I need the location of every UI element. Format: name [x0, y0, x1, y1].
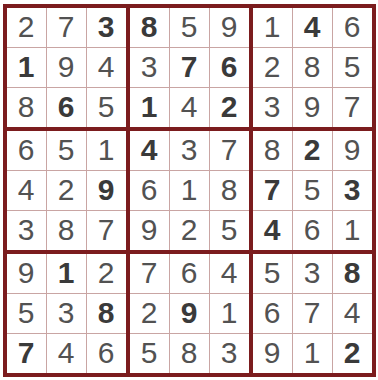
cell-r7c6[interactable]: 4: [210, 254, 249, 293]
box-2-1: 651429387: [5, 129, 128, 252]
cell-r8c1[interactable]: 5: [7, 294, 46, 333]
cell-r6c8[interactable]: 6: [293, 211, 332, 250]
cell-r5c7[interactable]: 7: [253, 171, 292, 210]
cell-r8c7[interactable]: 6: [253, 294, 292, 333]
cell-r1c3[interactable]: 3: [87, 8, 126, 47]
cell-r8c3[interactable]: 8: [87, 294, 126, 333]
box-3-2: 764291583: [128, 252, 251, 375]
cell-r7c4[interactable]: 7: [130, 254, 169, 293]
cell-r4c7[interactable]: 8: [253, 131, 292, 170]
cell-r2c1[interactable]: 1: [7, 48, 46, 87]
cell-r4c4[interactable]: 4: [130, 131, 169, 170]
box-2-3: 829753461: [251, 129, 374, 252]
cell-r4c3[interactable]: 1: [87, 131, 126, 170]
cell-r6c4[interactable]: 9: [130, 211, 169, 250]
cell-r8c4[interactable]: 2: [130, 294, 169, 333]
cell-r4c2[interactable]: 5: [47, 131, 86, 170]
box-1-2: 859376142: [128, 6, 251, 129]
cell-r5c4[interactable]: 6: [130, 171, 169, 210]
cell-r1c4[interactable]: 8: [130, 8, 169, 47]
cell-r7c7[interactable]: 5: [253, 254, 292, 293]
cell-r7c5[interactable]: 6: [170, 254, 209, 293]
cell-r7c3[interactable]: 2: [87, 254, 126, 293]
cell-r9c1[interactable]: 7: [7, 334, 46, 373]
cell-r1c7[interactable]: 1: [253, 8, 292, 47]
cell-r6c6[interactable]: 5: [210, 211, 249, 250]
cell-r6c9[interactable]: 1: [333, 211, 372, 250]
cell-r5c9[interactable]: 3: [333, 171, 372, 210]
cell-r4c5[interactable]: 3: [170, 131, 209, 170]
cell-r3c6[interactable]: 2: [210, 88, 249, 127]
cell-r3c3[interactable]: 5: [87, 88, 126, 127]
cell-r6c1[interactable]: 3: [7, 211, 46, 250]
cell-r7c8[interactable]: 3: [293, 254, 332, 293]
box-1-3: 146285397: [251, 6, 374, 129]
cell-r2c3[interactable]: 4: [87, 48, 126, 87]
cell-r1c1[interactable]: 2: [7, 8, 46, 47]
box-1-1: 273194865: [5, 6, 128, 129]
cell-r3c2[interactable]: 6: [47, 88, 86, 127]
cell-r2c4[interactable]: 3: [130, 48, 169, 87]
cell-r2c9[interactable]: 5: [333, 48, 372, 87]
cell-r9c8[interactable]: 1: [293, 334, 332, 373]
cell-r9c5[interactable]: 8: [170, 334, 209, 373]
cell-r5c3[interactable]: 9: [87, 171, 126, 210]
cell-r4c9[interactable]: 9: [333, 131, 372, 170]
box-2-2: 437618925: [128, 129, 251, 252]
cell-r2c8[interactable]: 8: [293, 48, 332, 87]
cell-r6c7[interactable]: 4: [253, 211, 292, 250]
cell-r3c9[interactable]: 7: [333, 88, 372, 127]
cell-r3c5[interactable]: 4: [170, 88, 209, 127]
sudoku-board: 2731948658593761421462853976514293874376…: [3, 4, 376, 377]
cell-r3c4[interactable]: 1: [130, 88, 169, 127]
cell-r4c6[interactable]: 7: [210, 131, 249, 170]
cell-r1c8[interactable]: 4: [293, 8, 332, 47]
cell-r4c8[interactable]: 2: [293, 131, 332, 170]
cell-r2c6[interactable]: 6: [210, 48, 249, 87]
cell-r9c4[interactable]: 5: [130, 334, 169, 373]
cell-r1c6[interactable]: 9: [210, 8, 249, 47]
cell-r8c8[interactable]: 7: [293, 294, 332, 333]
cell-r3c1[interactable]: 8: [7, 88, 46, 127]
cell-r8c2[interactable]: 3: [47, 294, 86, 333]
cell-r2c7[interactable]: 2: [253, 48, 292, 87]
cell-r1c5[interactable]: 5: [170, 8, 209, 47]
cell-r8c5[interactable]: 9: [170, 294, 209, 333]
cell-r6c5[interactable]: 2: [170, 211, 209, 250]
cell-r2c5[interactable]: 7: [170, 48, 209, 87]
cell-r9c3[interactable]: 6: [87, 334, 126, 373]
cell-r9c6[interactable]: 3: [210, 334, 249, 373]
cell-r8c9[interactable]: 4: [333, 294, 372, 333]
cell-r6c2[interactable]: 8: [47, 211, 86, 250]
cell-r7c1[interactable]: 9: [7, 254, 46, 293]
cell-r5c5[interactable]: 1: [170, 171, 209, 210]
cell-r1c2[interactable]: 7: [47, 8, 86, 47]
page: 2731948658593761421462853976514293874376…: [0, 0, 378, 380]
cell-r1c9[interactable]: 6: [333, 8, 372, 47]
cell-r9c2[interactable]: 4: [47, 334, 86, 373]
cell-r5c6[interactable]: 8: [210, 171, 249, 210]
cell-r5c1[interactable]: 4: [7, 171, 46, 210]
cell-r9c9[interactable]: 2: [333, 334, 372, 373]
cell-r9c7[interactable]: 9: [253, 334, 292, 373]
cell-r5c2[interactable]: 2: [47, 171, 86, 210]
cell-r7c9[interactable]: 8: [333, 254, 372, 293]
box-3-1: 912538746: [5, 252, 128, 375]
cell-r4c1[interactable]: 6: [7, 131, 46, 170]
cell-r8c6[interactable]: 1: [210, 294, 249, 333]
cell-r7c2[interactable]: 1: [47, 254, 86, 293]
box-3-3: 538674912: [251, 252, 374, 375]
cell-r6c3[interactable]: 7: [87, 211, 126, 250]
cell-r2c2[interactable]: 9: [47, 48, 86, 87]
cell-r5c8[interactable]: 5: [293, 171, 332, 210]
cell-r3c7[interactable]: 3: [253, 88, 292, 127]
cell-r3c8[interactable]: 9: [293, 88, 332, 127]
